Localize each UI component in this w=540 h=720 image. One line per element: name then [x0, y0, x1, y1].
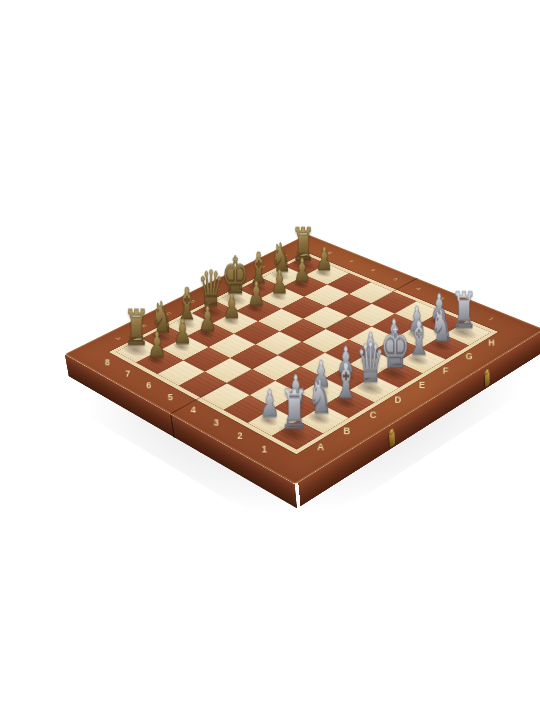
black-pawn-glyph: ♟: [133, 329, 180, 363]
chess-board: 1122334455667788AABBCCDDEEFFGGHH ♜♞♝♛♚♝♞…: [65, 234, 540, 484]
rank-label-5-text: 5: [160, 392, 181, 402]
product-photo: 1122334455667788AABBCCDDEEFFGGHH ♜♞♝♛♚♝♞…: [0, 0, 540, 720]
file-label-A-text: A: [309, 441, 332, 451]
file-label-E-text: E: [411, 380, 433, 390]
file-label-D-text: D: [387, 394, 409, 404]
rank-label-6-text: 6: [138, 380, 159, 390]
fold-seam-side: [170, 415, 174, 439]
file-label-G-text: G: [458, 351, 479, 361]
clasp-2: [484, 372, 489, 388]
file-label-F-text: F: [435, 365, 456, 375]
clasp-1: [389, 431, 395, 448]
rank-label-1-text: 1: [253, 444, 276, 454]
rank-label-8-text: 8: [97, 357, 117, 366]
file-label-H-text: H: [481, 337, 502, 347]
rank-label-2-text: 2: [229, 430, 251, 440]
rank-label-4-text: 4: [182, 404, 204, 414]
rank-label-3-text: 3: [205, 417, 227, 427]
rank-label-7-text: 7: [117, 369, 138, 379]
white-rook-glyph: ♜: [269, 383, 320, 437]
file-label-C-text: C: [361, 409, 383, 419]
file-label-B-text: B: [336, 425, 358, 435]
